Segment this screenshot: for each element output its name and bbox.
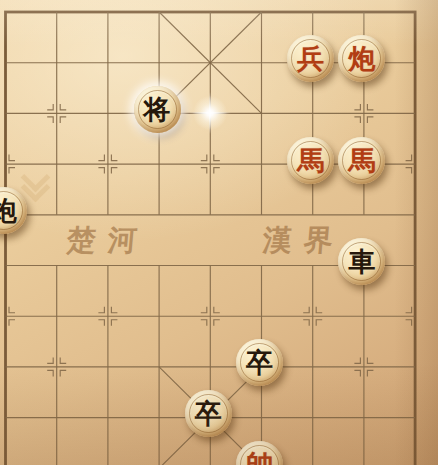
piece-character: 炮 <box>338 35 385 82</box>
piece-character: 車 <box>338 238 385 285</box>
xiangqi-board[interactable]: 楚河 漢界 兵炮将馬馬炮車卒卒帥 <box>0 0 438 465</box>
piece-black-general[interactable]: 将 <box>134 86 181 133</box>
piece-character: 兵 <box>287 35 334 82</box>
piece-red-cannon[interactable]: 炮 <box>338 35 385 82</box>
piece-red-general[interactable]: 帥 <box>236 441 283 465</box>
piece-black-soldier-2[interactable]: 卒 <box>185 390 232 437</box>
piece-red-horse-2[interactable]: 馬 <box>338 137 385 184</box>
piece-character: 馬 <box>338 137 385 184</box>
piece-red-soldier[interactable]: 兵 <box>287 35 334 82</box>
river-label-left: 楚河 <box>65 221 150 257</box>
piece-character: 卒 <box>236 339 283 386</box>
piece-character: 馬 <box>287 137 334 184</box>
piece-character: 卒 <box>185 390 232 437</box>
piece-character: 将 <box>134 86 181 133</box>
piece-black-cannon[interactable]: 炮 <box>0 187 27 234</box>
piece-black-soldier-1[interactable]: 卒 <box>236 339 283 386</box>
piece-character: 帥 <box>236 441 283 465</box>
piece-black-chariot[interactable]: 車 <box>338 238 385 285</box>
piece-character: 炮 <box>0 187 27 234</box>
river-label-right: 漢界 <box>261 221 346 257</box>
piece-red-horse-1[interactable]: 馬 <box>287 137 334 184</box>
